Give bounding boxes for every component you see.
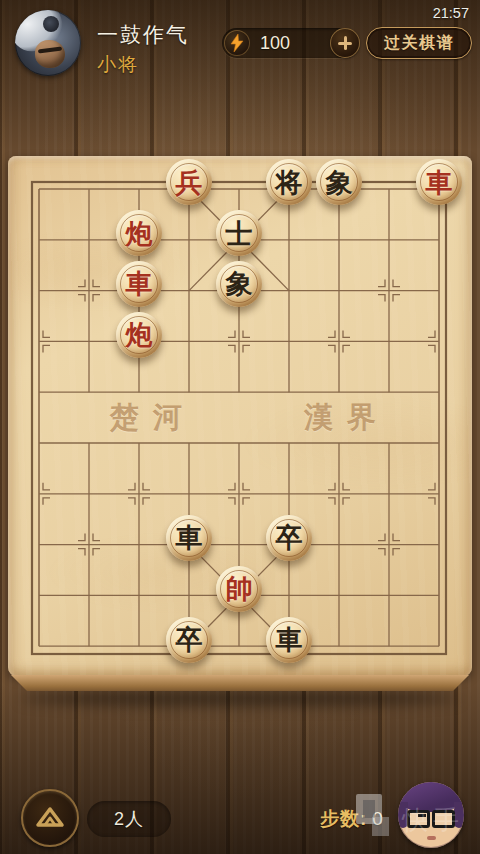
piece-glyph: 車 bbox=[176, 524, 203, 551]
player-avatar[interactable] bbox=[15, 10, 81, 76]
xiangqi-board: 楚河 漢界 兵将象車炮士車象炮車卒帥卒車 bbox=[8, 156, 472, 677]
intersection-7-8[interactable] bbox=[364, 570, 414, 621]
intersection-8-4[interactable] bbox=[414, 367, 464, 418]
players-count: 2人 bbox=[114, 807, 144, 831]
intersection-3-7[interactable]: 車 bbox=[164, 520, 214, 571]
intersection-2-4[interactable] bbox=[114, 367, 164, 418]
intersection-1-8[interactable] bbox=[64, 570, 114, 621]
intersection-1-3[interactable] bbox=[64, 316, 114, 367]
intersection-8-1[interactable] bbox=[414, 215, 464, 266]
intersection-0-8[interactable] bbox=[14, 570, 64, 621]
piece-glyph: 象 bbox=[326, 169, 353, 196]
intersection-1-0[interactable] bbox=[64, 164, 114, 215]
intersection-2-3[interactable]: 炮 bbox=[114, 316, 164, 367]
intersection-4-5[interactable] bbox=[214, 418, 264, 469]
moves-label: 步数: bbox=[320, 808, 367, 829]
intersection-4-8[interactable]: 帥 bbox=[214, 570, 264, 621]
intersection-1-9[interactable] bbox=[64, 621, 114, 672]
intersection-1-1[interactable] bbox=[64, 215, 114, 266]
piece-red-cannon[interactable]: 炮 bbox=[116, 312, 162, 358]
piece-glyph: 士 bbox=[226, 220, 253, 247]
intersection-7-7[interactable] bbox=[364, 520, 414, 571]
lightning-icon bbox=[224, 30, 250, 56]
intersection-6-4[interactable] bbox=[314, 367, 364, 418]
piece-glyph: 車 bbox=[276, 626, 303, 653]
piece-red-general[interactable]: 帥 bbox=[216, 566, 262, 612]
piece-black-chariot[interactable]: 車 bbox=[166, 515, 212, 561]
intersection-7-5[interactable] bbox=[364, 418, 414, 469]
piece-glyph: 帥 bbox=[226, 575, 253, 602]
intersection-5-6[interactable] bbox=[264, 469, 314, 520]
avatar-face bbox=[35, 40, 65, 68]
intersection-8-0[interactable]: 車 bbox=[414, 164, 464, 215]
intersection-6-0[interactable]: 象 bbox=[314, 164, 364, 215]
intersection-1-5[interactable] bbox=[64, 418, 114, 469]
intersection-2-9[interactable] bbox=[114, 621, 164, 672]
intersection-7-0[interactable] bbox=[364, 164, 414, 215]
piece-black-chariot[interactable]: 車 bbox=[266, 617, 312, 663]
intersection-3-5[interactable] bbox=[164, 418, 214, 469]
board-edge bbox=[11, 675, 469, 691]
intersection-6-8[interactable] bbox=[314, 570, 364, 621]
piece-glyph: 象 bbox=[226, 270, 253, 297]
player-name: 一鼓作气 bbox=[97, 21, 189, 49]
piece-glyph: 車 bbox=[426, 169, 453, 196]
intersection-7-9[interactable] bbox=[364, 621, 414, 672]
move-counter: 步数:0 bbox=[320, 806, 384, 832]
intersection-2-2[interactable]: 車 bbox=[114, 266, 164, 317]
intersection-8-6[interactable] bbox=[414, 469, 464, 520]
intersection-5-5[interactable] bbox=[264, 418, 314, 469]
piece-black-general[interactable]: 将 bbox=[266, 159, 312, 205]
intersection-0-2[interactable] bbox=[14, 266, 64, 317]
intersection-8-2[interactable] bbox=[414, 266, 464, 317]
clock: 21:57 bbox=[433, 5, 469, 21]
avatar-hair-swirl bbox=[43, 16, 59, 32]
intersection-6-6[interactable] bbox=[314, 469, 364, 520]
opponent-mouth bbox=[427, 836, 436, 840]
intersection-8-3[interactable] bbox=[414, 316, 464, 367]
energy-pill: 100 bbox=[222, 28, 358, 58]
intersection-7-2[interactable] bbox=[364, 266, 414, 317]
intersection-6-3[interactable] bbox=[314, 316, 364, 367]
expand-menu-button[interactable] bbox=[21, 789, 79, 847]
intersection-2-7[interactable] bbox=[114, 520, 164, 571]
intersection-0-9[interactable] bbox=[14, 621, 64, 672]
intersection-3-1[interactable] bbox=[164, 215, 214, 266]
piece-black-advisor[interactable]: 士 bbox=[216, 210, 262, 256]
intersection-7-6[interactable] bbox=[364, 469, 414, 520]
intersection-5-7[interactable]: 卒 bbox=[264, 520, 314, 571]
intersection-2-5[interactable] bbox=[114, 418, 164, 469]
intersection-2-8[interactable] bbox=[114, 570, 164, 621]
intersection-7-4[interactable] bbox=[364, 367, 414, 418]
intersection-5-1[interactable] bbox=[264, 215, 314, 266]
players-count-pill: 2人 bbox=[87, 801, 171, 837]
glasses-bridge bbox=[418, 814, 426, 817]
opponent-hair bbox=[398, 782, 464, 812]
piece-glyph: 炮 bbox=[126, 321, 153, 348]
glasses-icon bbox=[407, 810, 455, 825]
intersection-1-6[interactable] bbox=[64, 469, 114, 520]
energy-value: 100 bbox=[260, 28, 290, 58]
intersection-0-3[interactable] bbox=[14, 316, 64, 367]
piece-black-elephant[interactable]: 象 bbox=[316, 159, 362, 205]
intersection-5-9[interactable]: 車 bbox=[264, 621, 314, 672]
board-intersections: 兵将象車炮士車象炮車卒帥卒車 bbox=[14, 164, 464, 672]
intersection-3-4[interactable] bbox=[164, 367, 214, 418]
intersection-6-7[interactable] bbox=[314, 520, 364, 571]
piece-glyph: 卒 bbox=[176, 626, 203, 653]
piece-glyph: 炮 bbox=[126, 220, 153, 247]
intersection-2-1[interactable]: 炮 bbox=[114, 215, 164, 266]
moves-value: 0 bbox=[372, 808, 384, 829]
intersection-1-7[interactable] bbox=[64, 520, 114, 571]
intersection-7-3[interactable] bbox=[364, 316, 414, 367]
piece-black-elephant[interactable]: 象 bbox=[216, 261, 262, 307]
intersection-5-0[interactable]: 将 bbox=[264, 164, 314, 215]
intersection-4-1[interactable]: 士 bbox=[214, 215, 264, 266]
piece-glyph: 兵 bbox=[176, 169, 203, 196]
intersection-5-8[interactable] bbox=[264, 570, 314, 621]
intersection-6-1[interactable] bbox=[314, 215, 364, 266]
intersection-8-9[interactable] bbox=[414, 621, 464, 672]
intersection-3-8[interactable] bbox=[164, 570, 214, 621]
intersection-8-8[interactable] bbox=[414, 570, 464, 621]
game-screen: 一鼓作气 小将 100 过关棋谱 21:57 楚河 漢界 兵将象車炮士車象炮車卒… bbox=[0, 0, 480, 854]
opponent-avatar[interactable] bbox=[398, 782, 464, 848]
intersection-6-2[interactable] bbox=[314, 266, 364, 317]
piece-black-soldier[interactable]: 卒 bbox=[266, 515, 312, 561]
intersection-4-2[interactable]: 象 bbox=[214, 266, 264, 317]
puzzle-records-button[interactable]: 过关棋谱 bbox=[366, 27, 472, 59]
piece-red-soldier[interactable]: 兵 bbox=[166, 159, 212, 205]
intersection-7-1[interactable] bbox=[364, 215, 414, 266]
intersection-4-9[interactable] bbox=[214, 621, 264, 672]
piece-glyph: 車 bbox=[126, 270, 153, 297]
intersection-4-6[interactable] bbox=[214, 469, 264, 520]
intersection-4-0[interactable] bbox=[214, 164, 264, 215]
intersection-1-2[interactable] bbox=[64, 266, 114, 317]
piece-glyph: 将 bbox=[276, 169, 303, 196]
player-rank: 小将 bbox=[97, 52, 139, 78]
intersection-0-5[interactable] bbox=[14, 418, 64, 469]
intersection-6-9[interactable] bbox=[314, 621, 364, 672]
intersection-4-4[interactable] bbox=[214, 367, 264, 418]
intersection-2-0[interactable] bbox=[114, 164, 164, 215]
intersection-5-3[interactable] bbox=[264, 316, 314, 367]
intersection-3-3[interactable] bbox=[164, 316, 214, 367]
intersection-5-2[interactable] bbox=[264, 266, 314, 317]
piece-glyph: 卒 bbox=[276, 524, 303, 551]
intersection-2-6[interactable] bbox=[114, 469, 164, 520]
piece-red-chariot[interactable]: 車 bbox=[416, 159, 462, 205]
plus-icon bbox=[338, 36, 352, 50]
intersection-4-7[interactable] bbox=[214, 520, 264, 571]
intersection-0-4[interactable] bbox=[14, 367, 64, 418]
intersection-0-1[interactable] bbox=[14, 215, 64, 266]
intersection-8-5[interactable] bbox=[414, 418, 464, 469]
board-shadow bbox=[20, 690, 460, 706]
piece-red-cannon[interactable]: 炮 bbox=[116, 210, 162, 256]
intersection-0-7[interactable] bbox=[14, 520, 64, 571]
intersection-3-6[interactable] bbox=[164, 469, 214, 520]
intersection-5-4[interactable] bbox=[264, 367, 314, 418]
intersection-4-3[interactable] bbox=[214, 316, 264, 367]
intersection-3-0[interactable]: 兵 bbox=[164, 164, 214, 215]
intersection-6-5[interactable] bbox=[314, 418, 364, 469]
intersection-3-9[interactable]: 卒 bbox=[164, 621, 214, 672]
intersection-8-7[interactable] bbox=[414, 520, 464, 571]
piece-black-soldier[interactable]: 卒 bbox=[166, 617, 212, 663]
intersection-0-0[interactable] bbox=[14, 164, 64, 215]
chevron-up-icon bbox=[35, 806, 65, 830]
intersection-0-6[interactable] bbox=[14, 469, 64, 520]
intersection-1-4[interactable] bbox=[64, 367, 114, 418]
add-energy-button[interactable] bbox=[330, 28, 360, 58]
lightning-bolt bbox=[228, 33, 246, 53]
piece-red-chariot[interactable]: 車 bbox=[116, 261, 162, 307]
intersection-3-2[interactable] bbox=[164, 266, 214, 317]
